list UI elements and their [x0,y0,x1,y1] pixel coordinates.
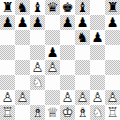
square-e7[interactable]: ♟ [60,15,75,30]
white-pawn: ♟♙ [90,90,105,105]
white-knight: ♞♘ [90,105,105,120]
square-b8[interactable]: ♞ [15,0,30,15]
square-g3[interactable] [90,75,105,90]
square-b5[interactable] [15,45,30,60]
black-bishop: ♝ [30,0,45,15]
square-c1[interactable]: ♝♗ [30,105,45,120]
white-bishop: ♝♗ [75,105,90,120]
square-d1[interactable]: ♛♕ [45,105,60,120]
square-a8[interactable]: ♜ [0,0,15,15]
black-rook: ♜ [0,0,15,15]
square-e4[interactable] [60,60,75,75]
square-d8[interactable]: ♛ [45,0,60,15]
square-a6[interactable] [0,30,15,45]
square-e5[interactable] [60,45,75,60]
square-h6[interactable] [105,30,120,45]
white-rook: ♜♖ [0,105,15,120]
black-pawn: ♟ [45,45,60,60]
white-pawn: ♟♙ [15,90,30,105]
square-d6[interactable] [45,30,60,45]
square-b6[interactable] [15,30,30,45]
square-d7[interactable] [45,15,60,30]
square-e2[interactable]: ♟♙ [60,90,75,105]
square-c8[interactable]: ♝ [30,0,45,15]
square-c2[interactable] [30,90,45,105]
square-d2[interactable] [45,90,60,105]
square-b2[interactable]: ♟♙ [15,90,30,105]
square-f7[interactable]: ♟ [75,15,90,30]
white-pawn: ♟♙ [60,90,75,105]
white-bishop: ♝♗ [30,105,45,120]
square-g4[interactable] [90,60,105,75]
square-d3[interactable] [45,75,60,90]
white-queen: ♛♕ [45,105,60,120]
white-pawn: ♟♙ [105,90,120,105]
square-g2[interactable]: ♟♙ [90,90,105,105]
square-h2[interactable]: ♟♙ [105,90,120,105]
square-h5[interactable] [105,45,120,60]
square-a5[interactable] [0,45,15,60]
square-f6[interactable]: ♞ [75,30,90,45]
black-knight: ♞ [15,0,30,15]
square-a3[interactable] [0,75,15,90]
square-c5[interactable] [30,45,45,60]
square-f5[interactable] [75,45,90,60]
square-e3[interactable] [60,75,75,90]
square-f3[interactable] [75,75,90,90]
square-c7[interactable]: ♟ [30,15,45,30]
black-pawn: ♟ [75,15,90,30]
white-pawn: ♟♙ [75,90,90,105]
square-f2[interactable]: ♟♙ [75,90,90,105]
square-f4[interactable] [75,60,90,75]
square-a7[interactable]: ♟ [0,15,15,30]
square-d5[interactable]: ♟ [45,45,60,60]
square-a2[interactable]: ♟♙ [0,90,15,105]
white-pawn: ♟♙ [30,60,45,75]
square-g1[interactable]: ♞♘ [90,105,105,120]
square-g7[interactable] [90,15,105,30]
square-b3[interactable] [15,75,30,90]
black-pawn: ♟ [30,15,45,30]
square-b7[interactable]: ♟ [15,15,30,30]
square-h3[interactable] [105,75,120,90]
white-knight: ♞♘ [30,75,45,90]
black-king: ♚ [60,0,75,15]
square-f1[interactable]: ♝♗ [75,105,90,120]
white-pawn: ♟♙ [0,90,15,105]
square-c6[interactable] [30,30,45,45]
square-h7[interactable]: ♟ [105,15,120,30]
square-c4[interactable]: ♟♙ [30,60,45,75]
square-g5[interactable] [90,45,105,60]
square-f8[interactable]: ♝ [75,0,90,15]
black-pawn: ♟ [105,15,120,30]
square-c3[interactable]: ♞♘ [30,75,45,90]
black-rook: ♜ [105,0,120,15]
black-queen: ♛ [45,0,60,15]
square-b4[interactable] [15,60,30,75]
black-knight: ♞ [75,30,90,45]
square-e6[interactable] [60,30,75,45]
square-g8[interactable] [90,0,105,15]
square-h4[interactable] [105,60,120,75]
black-pawn: ♟ [0,15,15,30]
white-pawn: ♟♙ [45,60,60,75]
square-e8[interactable]: ♚ [60,0,75,15]
black-bishop: ♝ [75,0,90,15]
square-d4[interactable]: ♟♙ [45,60,60,75]
square-a1[interactable]: ♜♖ [0,105,15,120]
square-a4[interactable] [0,60,15,75]
white-king: ♚♔ [60,105,75,120]
square-h8[interactable]: ♜ [105,0,120,15]
black-pawn: ♟ [15,15,30,30]
white-rook: ♜♖ [105,105,120,120]
square-h1[interactable]: ♜♖ [105,105,120,120]
square-b1[interactable] [15,105,30,120]
square-g6[interactable]: ♟ [90,30,105,45]
chess-board: ♜♞♝♛♚♝♜♟♟♟♟♟♟♞♟♟♟♙♟♙♞♘♟♙♟♙♟♙♟♙♟♙♟♙♜♖♝♗♛♕… [0,0,120,120]
square-e1[interactable]: ♚♔ [60,105,75,120]
black-pawn: ♟ [60,15,75,30]
black-pawn: ♟ [90,30,105,45]
